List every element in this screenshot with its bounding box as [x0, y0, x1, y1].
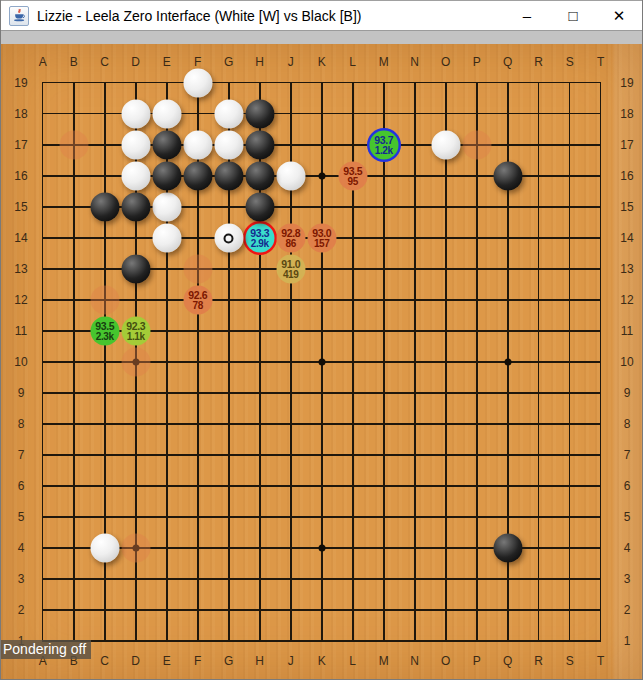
coord-bottom-E: E: [163, 654, 171, 668]
coord-left-6: 6: [18, 479, 25, 493]
coord-bottom-K: K: [318, 654, 326, 668]
coord-bottom-D: D: [131, 654, 140, 668]
suggestion-K14[interactable]: 93.0157: [307, 224, 336, 253]
white-stone-C4[interactable]: [90, 534, 119, 563]
coord-left-5: 5: [18, 510, 25, 524]
coord-top-Q: Q: [503, 55, 512, 69]
coord-right-2: 2: [624, 603, 631, 617]
star-point-K16: [318, 173, 325, 180]
coord-right-1: 1: [624, 634, 631, 648]
black-stone-D13[interactable]: [121, 255, 150, 284]
coord-left-11: 11: [15, 324, 27, 338]
coord-top-E: E: [163, 55, 171, 69]
faint-suggestion-D10[interactable]: [121, 348, 150, 377]
window-title: Lizzie - Leela Zero Interface (White [W]…: [37, 8, 361, 24]
black-stone-H15[interactable]: [245, 193, 274, 222]
black-stone-D15[interactable]: [121, 193, 150, 222]
white-stone-O17[interactable]: [431, 131, 460, 160]
suggestion-C11[interactable]: 93.52.3k: [90, 317, 119, 346]
coord-left-9: 9: [18, 386, 25, 400]
coord-left-8: 8: [18, 417, 25, 431]
white-stone-F19[interactable]: [183, 69, 212, 98]
coord-top-K: K: [318, 55, 326, 69]
suggestion-D11[interactable]: 92.31.1k: [121, 317, 150, 346]
coord-top-R: R: [534, 55, 543, 69]
black-stone-C15[interactable]: [90, 193, 119, 222]
coord-top-A: A: [39, 55, 47, 69]
coord-right-4: 4: [624, 541, 631, 555]
coord-right-18: 18: [620, 107, 633, 121]
black-stone-H18[interactable]: [245, 100, 274, 129]
coord-right-15: 15: [620, 200, 633, 214]
suggestion-visits: 2.9k: [251, 238, 269, 248]
title-bar: Lizzie - Leela Zero Interface (White [W]…: [1, 0, 642, 30]
coord-top-S: S: [566, 55, 574, 69]
coord-bottom-S: S: [566, 654, 574, 668]
coord-top-C: C: [100, 55, 109, 69]
white-stone-G17[interactable]: [214, 131, 243, 160]
coord-right-13: 13: [620, 262, 633, 276]
java-coffee-glyph: [12, 8, 27, 23]
coord-right-3: 3: [624, 572, 631, 586]
coord-bottom-Q: Q: [503, 654, 512, 668]
faint-suggestion-D4[interactable]: [121, 534, 150, 563]
coord-left-2: 2: [18, 603, 25, 617]
coord-top-J: J: [288, 55, 294, 69]
coord-bottom-P: P: [473, 654, 481, 668]
coord-right-12: 12: [620, 293, 633, 307]
coord-top-B: B: [70, 55, 78, 69]
coord-bottom-J: J: [288, 654, 294, 668]
minimize-button[interactable]: –: [504, 1, 550, 30]
suggestion-J13[interactable]: 91.0419: [276, 255, 305, 284]
black-stone-Q16[interactable]: [493, 162, 522, 191]
black-stone-H16[interactable]: [245, 162, 274, 191]
black-stone-E17[interactable]: [152, 131, 181, 160]
coord-left-17: 17: [14, 138, 27, 152]
white-stone-J16[interactable]: [276, 162, 305, 191]
go-board[interactable]: AABBCCDDEEFFGGHHJJKKLLMMNNOOPPQQRRSSTT19…: [1, 44, 643, 680]
coord-left-19: 19: [14, 76, 27, 90]
coord-top-D: D: [131, 55, 140, 69]
white-stone-D17[interactable]: [121, 131, 150, 160]
coord-left-12: 12: [14, 293, 27, 307]
faint-suggestion-B17[interactable]: [59, 131, 88, 160]
coord-right-7: 7: [624, 448, 631, 462]
coord-left-18: 18: [14, 107, 27, 121]
coord-top-L: L: [349, 55, 356, 69]
coord-bottom-M: M: [379, 654, 389, 668]
suggestion-J14[interactable]: 92.886: [276, 224, 305, 253]
coord-right-9: 9: [624, 386, 631, 400]
coord-left-13: 13: [14, 262, 27, 276]
suggestion-visits: 2.3k: [96, 331, 114, 341]
coord-top-F: F: [194, 55, 201, 69]
black-stone-E16[interactable]: [152, 162, 181, 191]
coord-top-O: O: [441, 55, 450, 69]
suggestion-visits: 78: [193, 300, 203, 310]
suggestion-visits: 1.2k: [375, 145, 393, 155]
coord-top-N: N: [410, 55, 419, 69]
coord-left-7: 7: [18, 448, 25, 462]
star-point-K10: [318, 359, 325, 366]
coord-bottom-F: F: [194, 654, 201, 668]
white-stone-E14[interactable]: [152, 224, 181, 253]
faint-suggestion-P17[interactable]: [462, 131, 491, 160]
coord-top-H: H: [255, 55, 264, 69]
white-stone-G18[interactable]: [214, 100, 243, 129]
coord-right-6: 6: [624, 479, 631, 493]
white-stone-G14[interactable]: [214, 224, 243, 253]
coord-right-5: 5: [624, 510, 631, 524]
coord-left-3: 3: [18, 572, 25, 586]
coord-right-11: 11: [621, 324, 633, 338]
coord-right-8: 8: [624, 417, 631, 431]
maximize-button[interactable]: □: [550, 1, 596, 30]
coord-left-16: 16: [14, 169, 27, 183]
suggestion-M17[interactable]: 93.71.2k: [369, 131, 398, 160]
coord-bottom-C: C: [100, 654, 109, 668]
suggestion-visits: 1.1k: [127, 331, 145, 341]
suggestion-visits: 86: [286, 238, 296, 248]
suggestion-H14[interactable]: 93.32.9k: [245, 224, 274, 253]
suggestion-visits: 157: [314, 238, 330, 248]
faint-suggestion-C12[interactable]: [90, 286, 119, 315]
suggestion-F12[interactable]: 92.678: [183, 286, 212, 315]
suggestion-visits: 419: [283, 269, 299, 279]
coord-top-G: G: [224, 55, 233, 69]
coord-left-4: 4: [18, 541, 25, 555]
coord-bottom-N: N: [410, 654, 419, 668]
window-controls: – □ ✕: [504, 1, 642, 30]
window-top-strip: [1, 30, 642, 44]
white-stone-D16[interactable]: [121, 162, 150, 191]
coord-right-10: 10: [620, 355, 633, 369]
coord-bottom-O: O: [441, 654, 450, 668]
faint-suggestion-F13[interactable]: [183, 255, 212, 284]
coord-left-15: 15: [14, 200, 27, 214]
suggestion-visits: 95: [348, 176, 358, 186]
white-stone-D18[interactable]: [121, 100, 150, 129]
coord-left-10: 10: [14, 355, 27, 369]
white-stone-E18[interactable]: [152, 100, 181, 129]
pondering-status: Pondering off: [1, 640, 91, 659]
last-move-marker: [224, 233, 234, 243]
black-stone-Q4[interactable]: [493, 534, 522, 563]
star-point-K4: [318, 545, 325, 552]
coord-right-14: 14: [620, 231, 633, 245]
white-stone-E15[interactable]: [152, 193, 181, 222]
coord-bottom-G: G: [224, 654, 233, 668]
black-stone-G16[interactable]: [214, 162, 243, 191]
coord-left-14: 14: [14, 231, 27, 245]
coord-right-16: 16: [620, 169, 633, 183]
black-stone-H17[interactable]: [245, 131, 274, 160]
suggestion-L16[interactable]: 93.595: [338, 162, 367, 191]
close-button[interactable]: ✕: [596, 1, 642, 30]
coord-bottom-T: T: [597, 654, 604, 668]
white-stone-F17[interactable]: [183, 131, 212, 160]
coord-bottom-L: L: [349, 654, 356, 668]
coord-bottom-R: R: [534, 654, 543, 668]
coord-top-M: M: [379, 55, 389, 69]
coord-right-17: 17: [620, 138, 633, 152]
coord-top-T: T: [597, 55, 604, 69]
coord-bottom-H: H: [255, 654, 264, 668]
coord-top-P: P: [473, 55, 481, 69]
star-point-Q10: [504, 359, 511, 366]
black-stone-F16[interactable]: [183, 162, 212, 191]
coord-right-19: 19: [620, 76, 633, 90]
java-coffee-icon[interactable]: [9, 6, 29, 26]
lizzie-window: Lizzie - Leela Zero Interface (White [W]…: [0, 0, 643, 680]
